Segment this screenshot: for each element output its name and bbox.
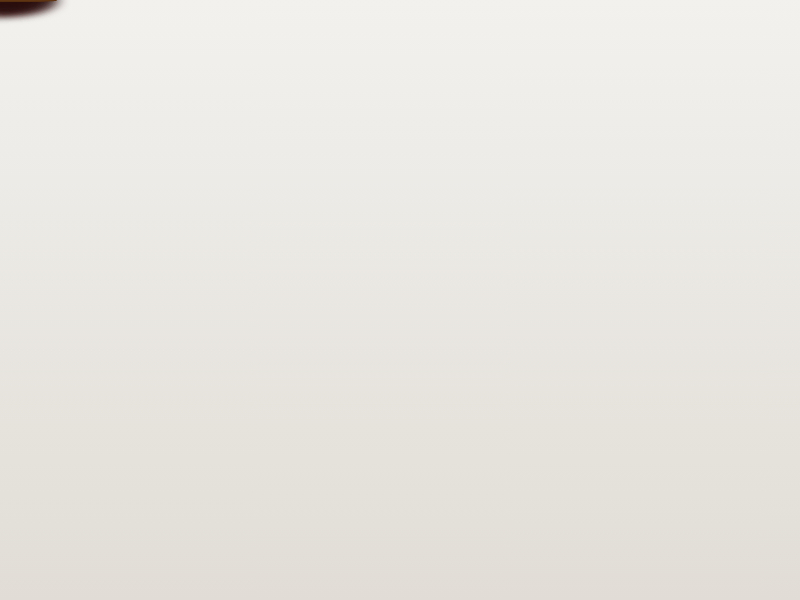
chessboard-photo: HGFEDCBA1212♜♞♟♝♟♛♟♚♟♝♟♞♟♜♟♟ [0,0,800,600]
photo-scene: HGFEDCBA1212♜♞♟♝♟♛♟♚♟♝♟♞♟♜♟♟ [0,0,800,600]
piece-white-pawn-h2[interactable]: ♟ [0,0,86,53]
pawn-glyph: ♟ [0,0,86,53]
background [0,0,800,600]
